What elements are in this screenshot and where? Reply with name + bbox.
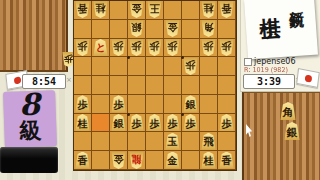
shogi-piece-銀[interactable]: 銀: [183, 95, 198, 112]
board-square[interactable]: 歩: [164, 39, 182, 58]
shogi-piece-歩[interactable]: 歩: [75, 39, 90, 56]
board-square[interactable]: [92, 114, 110, 133]
board-square[interactable]: [92, 76, 110, 95]
shogi-piece-角[interactable]: 角: [201, 20, 216, 37]
board-square[interactable]: 歩: [146, 39, 164, 58]
board-square[interactable]: 金: [110, 151, 128, 170]
board-square[interactable]: [128, 95, 146, 114]
board-square[interactable]: 歩: [218, 39, 236, 58]
shogi-piece-歩[interactable]: 歩: [165, 39, 180, 56]
shogi-piece-銀[interactable]: 銀: [284, 122, 300, 140]
board-square[interactable]: 歩: [164, 114, 182, 133]
title-card: 新鋭 棋士: [244, 0, 318, 59]
board-square[interactable]: 銀: [128, 20, 146, 39]
board-square[interactable]: [146, 132, 164, 151]
shogi-piece-歩[interactable]: 歩: [111, 95, 126, 112]
board-square[interactable]: [110, 20, 128, 39]
board-square[interactable]: 香: [218, 1, 236, 20]
board-square[interactable]: [164, 1, 182, 20]
shogi-piece-歩[interactable]: 歩: [183, 58, 198, 75]
shogi-piece-桂[interactable]: 桂: [75, 114, 90, 131]
board-square[interactable]: 金: [128, 1, 146, 20]
shogi-piece-金[interactable]: 金: [111, 152, 126, 169]
board-square[interactable]: 歩: [182, 114, 200, 133]
rank-number: 8: [3, 90, 56, 120]
shogi-piece-龍[interactable]: 龍: [129, 152, 144, 169]
board-square[interactable]: [146, 76, 164, 95]
board-square[interactable]: 香: [74, 151, 92, 170]
shogi-piece-飛[interactable]: 飛: [201, 133, 216, 150]
shogi-piece-歩[interactable]: 歩: [147, 39, 162, 56]
black-overlay-box: [0, 147, 58, 173]
shogi-piece-歩[interactable]: 歩: [75, 95, 90, 112]
player-name-row[interactable]: jepense06: [244, 57, 295, 66]
shogi-piece-角[interactable]: 角: [280, 102, 296, 120]
board-square[interactable]: 龍: [128, 151, 146, 170]
board-square[interactable]: 歩: [110, 95, 128, 114]
board-square[interactable]: 香: [218, 151, 236, 170]
board-square[interactable]: 歩: [200, 39, 218, 58]
board-square[interactable]: [164, 76, 182, 95]
board-square[interactable]: 金: [164, 20, 182, 39]
black-captured-pieces: 角銀: [280, 102, 300, 140]
board-square[interactable]: [218, 57, 236, 76]
board-square[interactable]: 銀: [182, 95, 200, 114]
board-square[interactable]: [92, 132, 110, 151]
board-square[interactable]: 桂: [74, 114, 92, 133]
board-square[interactable]: [146, 95, 164, 114]
player-name: jepense06: [254, 57, 295, 66]
shogi-board: 香桂金王桂香銀金角歩と歩歩歩歩歩歩歩歩歩銀桂銀歩歩歩歩歩玉飛香金龍金桂香: [73, 0, 237, 171]
shogi-piece-桂[interactable]: 桂: [201, 152, 216, 169]
shogi-piece-歩[interactable]: 歩: [129, 39, 144, 56]
board-square[interactable]: 歩: [182, 57, 200, 76]
board-square[interactable]: 歩: [110, 39, 128, 58]
shogi-piece-桂[interactable]: 桂: [93, 1, 108, 18]
shogi-piece-金[interactable]: 金: [129, 1, 144, 18]
board-square[interactable]: 歩: [218, 114, 236, 133]
shogi-piece-歩[interactable]: 歩: [111, 39, 126, 56]
board-square[interactable]: 香: [74, 1, 92, 20]
board-square[interactable]: [92, 20, 110, 39]
board-square[interactable]: 桂: [92, 1, 110, 20]
hoshi-dot: [181, 113, 184, 116]
flag-sun-icon: [13, 76, 21, 84]
black-clock: 3:39: [243, 74, 295, 89]
rank-badge: 8 級: [3, 90, 57, 148]
board-square[interactable]: [200, 76, 218, 95]
board-square[interactable]: [128, 76, 146, 95]
board-square[interactable]: [182, 76, 200, 95]
board-square[interactable]: [128, 57, 146, 76]
board-square[interactable]: 王: [146, 1, 164, 20]
white-piece-stand: [0, 0, 68, 72]
shogi-piece-香[interactable]: 香: [75, 152, 90, 169]
shogi-piece-歩[interactable]: 歩: [219, 114, 234, 131]
board-square[interactable]: 歩: [74, 95, 92, 114]
player-checkbox-icon[interactable]: [244, 58, 252, 66]
board-square[interactable]: [218, 132, 236, 151]
board-square[interactable]: [92, 151, 110, 170]
shogi-piece-歩[interactable]: 歩: [129, 114, 144, 131]
board-square[interactable]: 歩: [128, 114, 146, 133]
board-square[interactable]: [110, 132, 128, 151]
board-square[interactable]: [74, 20, 92, 39]
shogi-piece-歩[interactable]: 歩: [183, 114, 198, 131]
shogi-piece-桂[interactable]: 桂: [201, 1, 216, 18]
shogi-piece-と[interactable]: と: [93, 39, 108, 56]
board-square[interactable]: [146, 20, 164, 39]
title-card-text-right: 新鋭: [285, 0, 308, 57]
board-square[interactable]: [218, 76, 236, 95]
board-square[interactable]: [110, 1, 128, 20]
shogi-piece-歩[interactable]: 歩: [147, 114, 162, 131]
board-square[interactable]: [164, 57, 182, 76]
board-square[interactable]: 玉: [164, 132, 182, 151]
board-square[interactable]: 飛: [200, 132, 218, 151]
board-square[interactable]: [200, 95, 218, 114]
board-square[interactable]: と: [92, 39, 110, 58]
shogi-piece-香[interactable]: 香: [219, 1, 234, 18]
board-square[interactable]: 歩: [146, 114, 164, 133]
shogi-piece-香[interactable]: 香: [75, 1, 90, 18]
board-square[interactable]: [182, 39, 200, 58]
board-square[interactable]: [182, 1, 200, 20]
board-square[interactable]: [110, 57, 128, 76]
shogi-piece-金[interactable]: 金: [165, 152, 180, 169]
board-square[interactable]: [200, 114, 218, 133]
title-card-text-left: 棋士: [254, 0, 286, 59]
player-rating: R: 1019 (982): [244, 66, 288, 73]
close-icon[interactable]: ×: [66, 77, 72, 84]
board-square[interactable]: [146, 151, 164, 170]
board-square[interactable]: [92, 57, 110, 76]
shogi-piece-金[interactable]: 金: [165, 20, 180, 37]
board-square[interactable]: [146, 57, 164, 76]
shogi-piece-銀[interactable]: 銀: [111, 114, 126, 131]
board-square[interactable]: 金: [164, 151, 182, 170]
shogi-piece-歩[interactable]: 歩: [219, 39, 234, 56]
board-square[interactable]: [182, 151, 200, 170]
board-square[interactable]: [182, 132, 200, 151]
board-square[interactable]: [74, 76, 92, 95]
board-square[interactable]: [74, 132, 92, 151]
shogi-piece-歩[interactable]: 歩: [201, 39, 216, 56]
shogi-piece-歩[interactable]: 歩: [165, 114, 180, 131]
rank-suffix-kyu: 級: [4, 118, 57, 144]
shogi-game-screen: 歩歩 香桂金王桂香銀金角歩と歩歩歩歩歩歩歩歩歩銀桂銀歩歩歩歩歩玉飛香金龍金桂香 …: [0, 0, 320, 180]
board-square[interactable]: [200, 57, 218, 76]
shogi-piece-香[interactable]: 香: [219, 152, 234, 169]
board-square[interactable]: [128, 132, 146, 151]
board-square[interactable]: [74, 57, 92, 76]
board-square[interactable]: [182, 20, 200, 39]
shogi-piece-王[interactable]: 王: [147, 1, 162, 18]
board-square[interactable]: 歩: [128, 39, 146, 58]
board-square[interactable]: 桂: [200, 1, 218, 20]
hoshi-dot: [127, 113, 130, 116]
board-square[interactable]: 角: [200, 20, 218, 39]
shogi-piece-銀[interactable]: 銀: [129, 20, 144, 37]
board-square[interactable]: [110, 76, 128, 95]
board-square[interactable]: [218, 20, 236, 39]
board-square[interactable]: [164, 95, 182, 114]
board-square[interactable]: 桂: [200, 151, 218, 170]
board-square[interactable]: [218, 95, 236, 114]
board-square[interactable]: 銀: [110, 114, 128, 133]
board-square[interactable]: [92, 95, 110, 114]
shogi-piece-玉[interactable]: 玉: [165, 133, 180, 150]
flag-sun-icon: [304, 74, 312, 82]
board-square[interactable]: 歩: [74, 39, 92, 58]
